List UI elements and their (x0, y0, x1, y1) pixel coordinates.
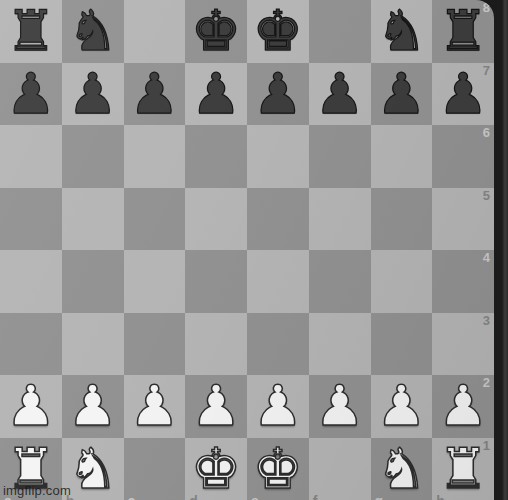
file-label-c: c (128, 494, 136, 500)
piece-white-pawn: ♟ (247, 375, 309, 438)
square-f2[interactable]: ♟ (309, 375, 371, 438)
square-h7[interactable]: ♟7 (432, 63, 494, 126)
watermark: imgflip.com (3, 483, 71, 498)
square-a6[interactable] (0, 125, 62, 188)
square-c6[interactable] (124, 125, 186, 188)
square-d8[interactable]: ♚ (185, 0, 247, 63)
square-h4[interactable]: 4 (432, 250, 494, 313)
piece-white-knight: ♞ (371, 438, 433, 500)
square-b7[interactable]: ♟ (62, 63, 124, 126)
rank-label-4: 4 (483, 251, 490, 264)
square-h1[interactable]: ♜1h (432, 438, 494, 500)
file-label-g: g (375, 494, 384, 500)
piece-black-pawn: ♟ (62, 63, 124, 126)
square-g7[interactable]: ♟ (371, 63, 433, 126)
square-f1[interactable]: f (309, 438, 371, 500)
square-b4[interactable] (62, 250, 124, 313)
piece-white-pawn: ♟ (371, 375, 433, 438)
file-label-f: f (313, 494, 318, 500)
square-f6[interactable] (309, 125, 371, 188)
piece-black-pawn: ♟ (371, 63, 433, 126)
piece-black-pawn: ♟ (0, 63, 62, 126)
square-d5[interactable] (185, 188, 247, 251)
file-label-e: e (251, 494, 259, 500)
piece-white-pawn: ♟ (185, 375, 247, 438)
rank-label-5: 5 (483, 189, 490, 202)
rank-label-3: 3 (483, 314, 490, 327)
square-d6[interactable] (185, 125, 247, 188)
square-d2[interactable]: ♟ (185, 375, 247, 438)
square-h6[interactable]: 6 (432, 125, 494, 188)
square-g1[interactable]: ♞g (371, 438, 433, 500)
piece-white-pawn: ♟ (0, 375, 62, 438)
square-d7[interactable]: ♟ (185, 63, 247, 126)
square-f7[interactable]: ♟ (309, 63, 371, 126)
rank-label-8: 8 (483, 1, 490, 14)
square-c1[interactable]: c (124, 438, 186, 500)
square-f8[interactable] (309, 0, 371, 63)
rank-label-1: 1 (483, 439, 490, 452)
piece-black-rook: ♜ (0, 0, 62, 63)
rank-label-7: 7 (483, 64, 490, 77)
square-d1[interactable]: ♚d (185, 438, 247, 500)
square-g5[interactable] (371, 188, 433, 251)
piece-white-king: ♚ (247, 438, 309, 500)
square-g6[interactable] (371, 125, 433, 188)
square-a7[interactable]: ♟ (0, 63, 62, 126)
rank-label-2: 2 (483, 376, 490, 389)
square-h5[interactable]: 5 (432, 188, 494, 251)
piece-black-pawn: ♟ (309, 63, 371, 126)
square-e5[interactable] (247, 188, 309, 251)
piece-white-king: ♚ (185, 438, 247, 500)
file-label-d: d (189, 494, 198, 500)
piece-black-king: ♚ (185, 0, 247, 63)
square-h2[interactable]: ♟2 (432, 375, 494, 438)
square-a4[interactable] (0, 250, 62, 313)
square-a3[interactable] (0, 313, 62, 376)
square-c7[interactable]: ♟ (124, 63, 186, 126)
square-b5[interactable] (62, 188, 124, 251)
chess-board: ♜♞♚♚♞♜8♟♟♟♟♟♟♟♟76543♟♟♟♟♟♟♟♟2♜a♞bc♚d♚ef♞… (0, 0, 494, 500)
square-a5[interactable] (0, 188, 62, 251)
square-e1[interactable]: ♚e (247, 438, 309, 500)
square-g8[interactable]: ♞ (371, 0, 433, 63)
square-g4[interactable] (371, 250, 433, 313)
piece-black-king: ♚ (247, 0, 309, 63)
square-c8[interactable] (124, 0, 186, 63)
piece-black-pawn: ♟ (185, 63, 247, 126)
square-h8[interactable]: ♜8 (432, 0, 494, 63)
square-e3[interactable] (247, 313, 309, 376)
square-b8[interactable]: ♞ (62, 0, 124, 63)
square-h3[interactable]: 3 (432, 313, 494, 376)
piece-black-pawn: ♟ (247, 63, 309, 126)
square-e4[interactable] (247, 250, 309, 313)
square-a8[interactable]: ♜ (0, 0, 62, 63)
square-b2[interactable]: ♟ (62, 375, 124, 438)
square-e6[interactable] (247, 125, 309, 188)
square-e2[interactable]: ♟ (247, 375, 309, 438)
square-e8[interactable]: ♚ (247, 0, 309, 63)
square-f3[interactable] (309, 313, 371, 376)
square-g3[interactable] (371, 313, 433, 376)
piece-black-knight: ♞ (62, 0, 124, 63)
square-f5[interactable] (309, 188, 371, 251)
square-c4[interactable] (124, 250, 186, 313)
square-b3[interactable] (62, 313, 124, 376)
square-b6[interactable] (62, 125, 124, 188)
square-e7[interactable]: ♟ (247, 63, 309, 126)
square-d4[interactable] (185, 250, 247, 313)
square-b1[interactable]: ♞b (62, 438, 124, 500)
file-label-h: h (436, 494, 445, 500)
board-frame: ♜♞♚♚♞♜8♟♟♟♟♟♟♟♟76543♟♟♟♟♟♟♟♟2♜a♞bc♚d♚ef♞… (0, 0, 494, 500)
square-c2[interactable]: ♟ (124, 375, 186, 438)
square-c3[interactable] (124, 313, 186, 376)
piece-black-pawn: ♟ (124, 63, 186, 126)
piece-white-knight: ♞ (62, 438, 124, 500)
square-g2[interactable]: ♟ (371, 375, 433, 438)
square-c5[interactable] (124, 188, 186, 251)
square-a2[interactable]: ♟ (0, 375, 62, 438)
square-d3[interactable] (185, 313, 247, 376)
piece-white-pawn: ♟ (309, 375, 371, 438)
square-f4[interactable] (309, 250, 371, 313)
piece-white-pawn: ♟ (62, 375, 124, 438)
piece-white-pawn: ♟ (124, 375, 186, 438)
rank-label-6: 6 (483, 126, 490, 139)
piece-black-knight: ♞ (371, 0, 433, 63)
